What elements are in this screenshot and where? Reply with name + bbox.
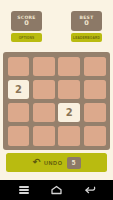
empty-cell bbox=[84, 57, 106, 77]
empty-cell bbox=[84, 126, 106, 146]
best-value: 0 bbox=[84, 20, 89, 27]
empty-cell bbox=[84, 103, 106, 123]
board[interactable]: 22 bbox=[3, 52, 110, 150]
android-nav-bar bbox=[0, 180, 113, 200]
options-button[interactable]: OPTIONS bbox=[11, 33, 42, 42]
score-value: 0 bbox=[24, 20, 29, 27]
tile-2: 2 bbox=[58, 103, 80, 123]
menu-button[interactable] bbox=[16, 183, 32, 197]
app-screen: SCORE 0 BEST 0 OPTIONS LEADERBOARD 22 ↶ … bbox=[0, 0, 113, 200]
menu-icon bbox=[19, 186, 29, 194]
home-icon bbox=[50, 185, 63, 195]
undo-button[interactable]: ↶ UNDO 5 bbox=[6, 153, 107, 172]
home-button[interactable] bbox=[49, 183, 65, 197]
empty-cell bbox=[33, 103, 55, 123]
empty-cell bbox=[33, 126, 55, 146]
empty-cell bbox=[8, 126, 30, 146]
tile-2: 2 bbox=[8, 80, 30, 100]
back-button[interactable] bbox=[81, 183, 97, 197]
empty-cell bbox=[58, 126, 80, 146]
empty-cell bbox=[58, 80, 80, 100]
empty-cell bbox=[58, 57, 80, 77]
score-box: SCORE 0 bbox=[11, 11, 42, 31]
empty-cell bbox=[33, 57, 55, 77]
empty-cell bbox=[33, 80, 55, 100]
back-arrow-icon bbox=[83, 185, 96, 195]
leaderboard-button[interactable]: LEADERBOARD bbox=[71, 33, 102, 42]
undo-label: UNDO bbox=[44, 160, 63, 166]
undo-count-badge: 5 bbox=[67, 157, 81, 169]
empty-cell bbox=[8, 57, 30, 77]
empty-cell bbox=[8, 103, 30, 123]
empty-cell bbox=[84, 80, 106, 100]
undo-arrow-icon: ↶ bbox=[32, 158, 40, 167]
best-box: BEST 0 bbox=[71, 11, 102, 31]
